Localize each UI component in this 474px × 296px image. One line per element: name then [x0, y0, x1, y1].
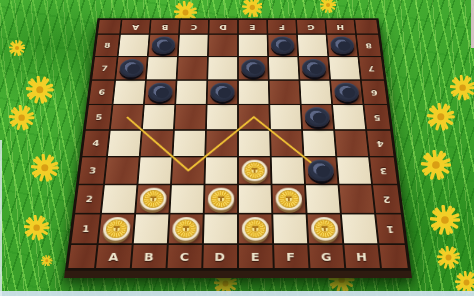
square-h1[interactable]: [342, 214, 377, 243]
rank-label-left-1-text: 1: [81, 223, 90, 234]
square-c7[interactable]: [177, 57, 207, 79]
file-label-top-b-text: B: [161, 23, 168, 31]
file-label-bottom-f: F: [274, 245, 308, 268]
file-label-bottom-a-text: A: [108, 250, 120, 263]
file-label-top-c: C: [180, 20, 208, 33]
square-d1[interactable]: [204, 214, 237, 243]
file-label-bottom-c: C: [168, 245, 202, 268]
square-a3[interactable]: [105, 157, 139, 183]
rank-label-left-3: 3: [79, 157, 106, 183]
crescent-moon-icon: [308, 110, 327, 124]
file-label-bottom-d: D: [203, 245, 237, 268]
square-b3[interactable]: [138, 157, 171, 183]
dandelion-flower: [31, 154, 59, 182]
file-label-bottom-g-text: G: [320, 250, 332, 263]
square-g6[interactable]: [300, 81, 331, 104]
square-g4[interactable]: [303, 131, 335, 156]
frame-corner: [355, 20, 378, 33]
rank-label-left-6-text: 6: [98, 88, 106, 97]
file-label-top-e: E: [239, 20, 267, 33]
dandelion-flower: [9, 105, 34, 130]
dandelion-flower: [320, 0, 336, 13]
file-label-top-e-text: E: [250, 23, 256, 31]
rank-label-right-5: 5: [364, 105, 390, 129]
square-e4[interactable]: [239, 131, 270, 156]
square-b2[interactable]: [136, 185, 170, 213]
file-label-bottom-h-text: H: [356, 250, 369, 263]
rank-label-left-2-text: 2: [85, 194, 93, 205]
frame-corner: [68, 245, 96, 268]
square-d8[interactable]: [209, 35, 237, 56]
rank-label-right-1-text: 1: [386, 223, 395, 234]
square-a1[interactable]: [99, 214, 134, 243]
dandelion-flower: [421, 150, 451, 180]
crescent-moon-icon: [122, 62, 140, 75]
image-border-bottom: [0, 291, 474, 296]
file-label-top-g: G: [297, 20, 326, 33]
square-e1[interactable]: [239, 214, 272, 243]
rank-label-right-2-text: 2: [383, 194, 391, 205]
dark-piece-b6[interactable]: [148, 83, 173, 102]
checkers-board: ABCDEFGH8877665544332211ABCDEFGH: [64, 18, 412, 278]
square-a7[interactable]: [116, 57, 147, 79]
square-b1[interactable]: [134, 214, 169, 243]
dandelion-flower: [24, 215, 49, 240]
square-d2[interactable]: [205, 185, 237, 213]
square-g7[interactable]: [299, 57, 329, 79]
square-a6[interactable]: [113, 81, 144, 104]
dandelion-flower: [450, 75, 474, 100]
square-f7[interactable]: [269, 57, 299, 79]
square-e5[interactable]: [239, 105, 269, 129]
rank-label-left-6: 6: [89, 81, 114, 104]
square-e8[interactable]: [239, 35, 267, 56]
light-piece-d2[interactable]: [208, 188, 235, 211]
dark-piece-a7[interactable]: [119, 59, 144, 77]
sun-core-icon: [320, 224, 330, 233]
square-g1[interactable]: [308, 214, 343, 243]
square-g2[interactable]: [306, 185, 340, 213]
sun-core-icon: [284, 195, 294, 203]
crescent-moon-icon: [337, 85, 356, 99]
square-b6[interactable]: [145, 81, 176, 104]
frame-corner: [379, 245, 407, 268]
image-border-left: [0, 140, 2, 296]
square-f1[interactable]: [273, 214, 307, 243]
file-label-top-d-text: D: [220, 23, 228, 31]
crescent-moon-icon: [274, 39, 291, 52]
rank-label-left-1: 1: [71, 214, 99, 243]
file-label-top-f-text: F: [279, 23, 285, 31]
file-label-top-h: H: [326, 20, 355, 33]
rank-label-left-8-text: 8: [104, 41, 111, 49]
file-label-top-f: F: [268, 20, 296, 33]
sun-core-icon: [250, 224, 260, 233]
rank-label-left-7-text: 7: [101, 64, 108, 72]
rank-label-right-3-text: 3: [379, 165, 387, 175]
square-h4[interactable]: [335, 131, 368, 156]
file-label-bottom-e-text: E: [251, 250, 261, 263]
photo-scene: ABCDEFGH8877665544332211ABCDEFGH: [0, 0, 474, 296]
square-b8[interactable]: [149, 35, 179, 56]
light-piece-b2[interactable]: [139, 188, 167, 211]
dark-piece-h8[interactable]: [330, 37, 355, 55]
light-piece-a1[interactable]: [102, 217, 131, 241]
rank-label-right-6-text: 6: [370, 88, 378, 97]
square-c1[interactable]: [169, 214, 203, 243]
rank-label-left-3-text: 3: [88, 165, 96, 175]
rank-label-right-8-text: 8: [365, 41, 372, 49]
file-label-bottom-h: H: [344, 245, 380, 268]
square-c2[interactable]: [170, 185, 203, 213]
rank-label-right-3: 3: [370, 157, 397, 183]
crescent-moon-icon: [214, 85, 232, 99]
rank-label-left-2: 2: [75, 185, 103, 213]
square-d7[interactable]: [208, 57, 237, 79]
dandelion-flower: [9, 40, 25, 56]
dandelion-flower: [427, 103, 455, 131]
square-b7[interactable]: [147, 57, 177, 79]
square-c5[interactable]: [175, 105, 206, 129]
dark-piece-g7[interactable]: [302, 59, 327, 77]
file-label-top-c-text: C: [191, 23, 198, 31]
square-h2[interactable]: [340, 185, 375, 213]
square-a4[interactable]: [108, 131, 141, 156]
rank-label-left-8: 8: [95, 35, 119, 56]
square-e7[interactable]: [239, 57, 268, 79]
rank-label-right-2: 2: [373, 185, 401, 213]
square-a5[interactable]: [111, 105, 143, 129]
square-h3[interactable]: [337, 157, 371, 183]
rank-label-right-7: 7: [359, 57, 384, 79]
square-a8[interactable]: [119, 35, 149, 56]
file-label-top-d: D: [209, 20, 237, 33]
sun-core-icon: [250, 167, 259, 175]
square-c3[interactable]: [172, 157, 204, 183]
crescent-moon-icon: [155, 39, 173, 52]
rank-label-left-7: 7: [92, 57, 117, 79]
dark-piece-d6[interactable]: [210, 83, 234, 102]
crescent-moon-icon: [311, 163, 331, 179]
frame-corner: [98, 20, 121, 33]
file-label-bottom-b-text: B: [144, 250, 156, 263]
rank-label-left-4: 4: [82, 131, 108, 156]
dark-piece-h6[interactable]: [334, 83, 360, 102]
dark-piece-g5[interactable]: [304, 107, 330, 127]
square-b4[interactable]: [141, 131, 173, 156]
rank-label-right-7-text: 7: [368, 64, 375, 72]
square-f2[interactable]: [272, 185, 305, 213]
square-c6[interactable]: [176, 81, 206, 104]
square-g3[interactable]: [304, 157, 337, 183]
dandelion-flower: [41, 251, 53, 263]
dark-piece-b8[interactable]: [151, 37, 175, 55]
square-c4[interactable]: [173, 131, 205, 156]
light-piece-c1[interactable]: [172, 217, 200, 241]
square-h5[interactable]: [333, 105, 365, 129]
rank-label-left-5-text: 5: [95, 113, 103, 122]
square-f8[interactable]: [268, 35, 297, 56]
file-label-bottom-g: G: [309, 245, 344, 268]
square-h8[interactable]: [327, 35, 357, 56]
square-c8[interactable]: [179, 35, 208, 56]
file-label-top-g-text: G: [307, 23, 315, 31]
square-b5[interactable]: [143, 105, 175, 129]
dandelion-flower: [430, 205, 460, 235]
dark-piece-e7[interactable]: [241, 59, 265, 77]
square-e6[interactable]: [239, 81, 269, 104]
dark-piece-g3[interactable]: [307, 160, 334, 182]
square-g8[interactable]: [298, 35, 328, 56]
file-label-top-a: A: [121, 20, 150, 33]
light-piece-e3[interactable]: [242, 160, 268, 182]
file-label-bottom-f-text: F: [286, 250, 296, 263]
rank-label-right-8: 8: [357, 35, 381, 56]
square-e2[interactable]: [239, 185, 271, 213]
square-h7[interactable]: [329, 57, 360, 79]
file-label-top-b: B: [150, 20, 179, 33]
square-d6[interactable]: [208, 81, 238, 104]
file-label-top-a-text: A: [132, 23, 140, 31]
file-label-bottom-d-text: D: [214, 250, 226, 263]
dandelion-flower: [26, 76, 54, 104]
dandelion-flower: [437, 246, 460, 269]
crescent-moon-icon: [245, 62, 262, 75]
rank-label-left-5: 5: [86, 105, 112, 129]
square-g5[interactable]: [302, 105, 334, 129]
square-f4[interactable]: [271, 131, 303, 156]
square-a2[interactable]: [102, 185, 137, 213]
file-label-bottom-b: B: [132, 245, 167, 268]
light-piece-f2[interactable]: [275, 188, 302, 211]
square-f6[interactable]: [270, 81, 300, 104]
square-d5[interactable]: [207, 105, 237, 129]
file-label-bottom-c-text: C: [179, 250, 190, 263]
dark-piece-f8[interactable]: [271, 37, 295, 55]
crescent-moon-icon: [333, 39, 351, 52]
rank-label-right-4: 4: [367, 131, 393, 156]
file-label-bottom-a: A: [96, 245, 132, 268]
square-d4[interactable]: [206, 131, 237, 156]
rank-label-right-4-text: 4: [376, 138, 384, 148]
square-h6[interactable]: [331, 81, 362, 104]
rank-label-right-5-text: 5: [373, 113, 381, 122]
dandelion-flower: [242, 0, 263, 17]
rank-label-right-6: 6: [362, 81, 387, 104]
light-piece-g1[interactable]: [311, 217, 340, 241]
file-label-bottom-e: E: [239, 245, 273, 268]
rank-label-right-1: 1: [376, 214, 404, 243]
square-d3[interactable]: [205, 157, 237, 183]
rank-label-left-4-text: 4: [92, 138, 100, 148]
file-label-top-h-text: H: [336, 23, 344, 31]
crescent-moon-icon: [151, 85, 169, 99]
square-f5[interactable]: [270, 105, 301, 129]
square-f3[interactable]: [272, 157, 304, 183]
square-e3[interactable]: [239, 157, 271, 183]
board-grid: ABCDEFGH8877665544332211ABCDEFGH: [65, 18, 411, 270]
light-piece-e1[interactable]: [242, 217, 269, 241]
crescent-moon-icon: [305, 62, 323, 75]
